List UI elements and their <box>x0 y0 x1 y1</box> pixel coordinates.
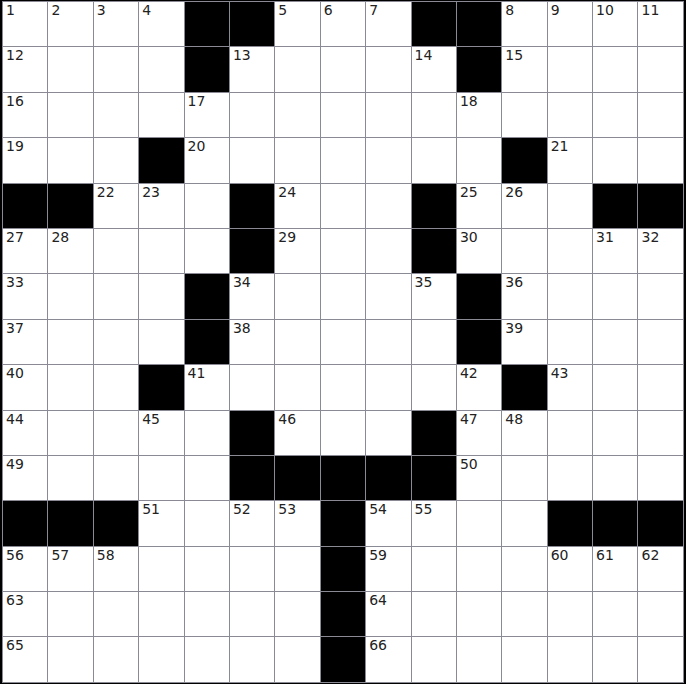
cell-number: 44 <box>6 412 24 427</box>
white-cell[interactable] <box>548 637 592 681</box>
cell-number: 57 <box>51 548 69 563</box>
white-cell[interactable]: 12 <box>3 47 47 91</box>
black-cell <box>94 501 138 545</box>
white-cell[interactable] <box>548 184 592 228</box>
black-cell <box>230 184 274 228</box>
white-cell[interactable]: 9 <box>548 2 592 46</box>
white-cell[interactable] <box>139 229 183 273</box>
white-cell[interactable] <box>48 47 92 91</box>
black-cell <box>275 456 319 500</box>
white-cell[interactable] <box>139 320 183 364</box>
white-cell[interactable]: 20 <box>185 138 229 182</box>
cell-number: 53 <box>278 502 296 517</box>
cell-number: 50 <box>460 457 478 472</box>
white-cell[interactable]: 49 <box>3 456 47 500</box>
white-cell[interactable] <box>48 456 92 500</box>
white-cell[interactable] <box>321 93 365 137</box>
white-cell[interactable] <box>275 365 319 409</box>
cell-number: 37 <box>6 321 24 336</box>
black-cell <box>230 411 274 455</box>
cell-number: 59 <box>369 548 387 563</box>
white-cell[interactable] <box>412 592 456 636</box>
cell-number: 65 <box>6 638 24 653</box>
white-cell[interactable]: 25 <box>457 184 501 228</box>
black-cell <box>3 501 47 545</box>
cell-number: 22 <box>97 185 115 200</box>
cell-number: 20 <box>188 139 206 154</box>
white-cell[interactable]: 66 <box>366 637 410 681</box>
white-cell[interactable]: 21 <box>548 138 592 182</box>
black-cell <box>366 456 410 500</box>
white-cell[interactable] <box>185 547 229 591</box>
white-cell[interactable]: 39 <box>502 320 546 364</box>
cell-number: 18 <box>460 94 478 109</box>
cell-number: 43 <box>551 366 569 381</box>
white-cell[interactable] <box>139 592 183 636</box>
white-cell[interactable]: 59 <box>366 547 410 591</box>
white-cell[interactable]: 34 <box>230 274 274 318</box>
cell-number: 11 <box>641 3 659 18</box>
white-cell[interactable] <box>185 184 229 228</box>
white-cell[interactable]: 47 <box>457 411 501 455</box>
black-cell <box>139 365 183 409</box>
white-cell[interactable] <box>48 411 92 455</box>
white-cell[interactable]: 16 <box>3 93 47 137</box>
white-cell[interactable] <box>548 229 592 273</box>
white-cell[interactable] <box>94 47 138 91</box>
white-cell[interactable]: 58 <box>94 547 138 591</box>
white-cell[interactable] <box>275 547 319 591</box>
cell-number: 14 <box>415 48 433 63</box>
white-cell[interactable] <box>321 365 365 409</box>
black-cell <box>230 2 274 46</box>
cell-number: 60 <box>551 548 569 563</box>
cell-number: 15 <box>505 48 523 63</box>
white-cell[interactable] <box>638 411 682 455</box>
white-cell[interactable]: 57 <box>48 547 92 591</box>
white-cell[interactable] <box>230 365 274 409</box>
white-cell[interactable] <box>139 637 183 681</box>
white-cell[interactable] <box>638 320 682 364</box>
white-cell[interactable]: 60 <box>548 547 592 591</box>
white-cell[interactable]: 43 <box>548 365 592 409</box>
white-cell[interactable]: 54 <box>366 501 410 545</box>
white-cell[interactable] <box>275 47 319 91</box>
white-cell[interactable]: 56 <box>3 547 47 591</box>
white-cell[interactable] <box>593 320 637 364</box>
crossword-board: 1234567891011121314151617181920212223242… <box>2 1 684 683</box>
white-cell[interactable]: 24 <box>275 184 319 228</box>
black-cell <box>321 501 365 545</box>
black-cell <box>48 184 92 228</box>
white-cell[interactable] <box>593 47 637 91</box>
black-cell <box>412 411 456 455</box>
black-cell <box>321 592 365 636</box>
cell-number: 4 <box>142 3 151 18</box>
white-cell[interactable] <box>593 274 637 318</box>
black-cell <box>457 320 501 364</box>
white-cell[interactable] <box>275 274 319 318</box>
white-cell[interactable] <box>366 411 410 455</box>
white-cell[interactable]: 42 <box>457 365 501 409</box>
white-cell[interactable] <box>593 456 637 500</box>
white-cell[interactable] <box>321 138 365 182</box>
white-cell[interactable] <box>593 93 637 137</box>
white-cell[interactable] <box>366 47 410 91</box>
white-cell[interactable]: 29 <box>275 229 319 273</box>
cell-number: 61 <box>596 548 614 563</box>
white-cell[interactable]: 14 <box>412 47 456 91</box>
white-cell[interactable]: 40 <box>3 365 47 409</box>
white-cell[interactable]: 55 <box>412 501 456 545</box>
white-cell[interactable] <box>94 274 138 318</box>
white-cell[interactable]: 37 <box>3 320 47 364</box>
white-cell[interactable]: 64 <box>366 592 410 636</box>
cell-number: 56 <box>6 548 24 563</box>
cell-number: 5 <box>278 3 287 18</box>
white-cell[interactable]: 23 <box>139 184 183 228</box>
white-cell[interactable] <box>139 93 183 137</box>
white-cell[interactable] <box>502 592 546 636</box>
white-cell[interactable] <box>457 138 501 182</box>
black-cell <box>638 501 682 545</box>
white-cell[interactable] <box>548 456 592 500</box>
white-cell[interactable] <box>230 138 274 182</box>
cell-number: 40 <box>6 366 24 381</box>
white-cell[interactable] <box>321 411 365 455</box>
white-cell[interactable] <box>230 547 274 591</box>
white-cell[interactable] <box>275 592 319 636</box>
cell-number: 62 <box>641 548 659 563</box>
white-cell[interactable] <box>638 456 682 500</box>
white-cell[interactable] <box>321 184 365 228</box>
cell-number: 7 <box>369 3 378 18</box>
white-cell[interactable]: 44 <box>3 411 47 455</box>
white-cell[interactable]: 32 <box>638 229 682 273</box>
white-cell[interactable] <box>593 138 637 182</box>
white-cell[interactable] <box>593 411 637 455</box>
black-cell <box>457 274 501 318</box>
white-cell[interactable] <box>139 547 183 591</box>
white-cell[interactable] <box>502 501 546 545</box>
white-cell[interactable] <box>48 138 92 182</box>
black-cell <box>3 184 47 228</box>
white-cell[interactable]: 3 <box>94 2 138 46</box>
white-cell[interactable] <box>412 365 456 409</box>
white-cell[interactable] <box>638 274 682 318</box>
white-cell[interactable] <box>94 592 138 636</box>
black-cell <box>321 547 365 591</box>
white-cell[interactable] <box>48 637 92 681</box>
cell-number: 19 <box>6 139 24 154</box>
white-cell[interactable] <box>94 365 138 409</box>
cell-number: 28 <box>51 230 69 245</box>
black-cell <box>185 2 229 46</box>
white-cell[interactable] <box>94 229 138 273</box>
white-cell[interactable]: 22 <box>94 184 138 228</box>
white-cell[interactable]: 8 <box>502 2 546 46</box>
cell-number: 51 <box>142 502 160 517</box>
cell-number: 13 <box>233 48 251 63</box>
cell-number: 23 <box>142 185 160 200</box>
white-cell[interactable]: 15 <box>502 47 546 91</box>
black-cell <box>185 274 229 318</box>
white-cell[interactable] <box>638 365 682 409</box>
white-cell[interactable]: 62 <box>638 547 682 591</box>
white-cell[interactable] <box>139 456 183 500</box>
black-cell <box>185 47 229 91</box>
white-cell[interactable] <box>502 229 546 273</box>
white-cell[interactable]: 4 <box>139 2 183 46</box>
white-cell[interactable] <box>548 320 592 364</box>
white-cell[interactable] <box>638 138 682 182</box>
white-cell[interactable] <box>457 592 501 636</box>
white-cell[interactable] <box>185 637 229 681</box>
cell-number: 35 <box>415 275 433 290</box>
white-cell[interactable] <box>502 547 546 591</box>
cell-number: 39 <box>505 321 523 336</box>
white-cell[interactable]: 11 <box>638 2 682 46</box>
cell-number: 24 <box>278 185 296 200</box>
cell-number: 21 <box>551 139 569 154</box>
white-cell[interactable] <box>502 93 546 137</box>
white-cell[interactable] <box>548 592 592 636</box>
white-cell[interactable] <box>412 320 456 364</box>
cell-number: 48 <box>505 412 523 427</box>
white-cell[interactable]: 35 <box>412 274 456 318</box>
white-cell[interactable]: 31 <box>593 229 637 273</box>
white-cell[interactable] <box>185 592 229 636</box>
cell-number: 30 <box>460 230 478 245</box>
white-cell[interactable]: 17 <box>185 93 229 137</box>
cell-number: 29 <box>278 230 296 245</box>
cell-number: 34 <box>233 275 251 290</box>
white-cell[interactable]: 7 <box>366 2 410 46</box>
white-cell[interactable]: 13 <box>230 47 274 91</box>
cell-number: 12 <box>6 48 24 63</box>
cell-number: 66 <box>369 638 387 653</box>
cell-number: 38 <box>233 321 251 336</box>
white-cell[interactable]: 46 <box>275 411 319 455</box>
white-cell[interactable]: 26 <box>502 184 546 228</box>
white-cell[interactable]: 2 <box>48 2 92 46</box>
white-cell[interactable] <box>638 93 682 137</box>
black-cell <box>548 501 592 545</box>
white-cell[interactable] <box>321 229 365 273</box>
white-cell[interactable] <box>48 365 92 409</box>
white-cell[interactable] <box>366 229 410 273</box>
white-cell[interactable] <box>502 456 546 500</box>
cell-number: 64 <box>369 593 387 608</box>
white-cell[interactable] <box>548 47 592 91</box>
white-cell[interactable]: 48 <box>502 411 546 455</box>
white-cell[interactable]: 1 <box>3 2 47 46</box>
white-cell[interactable] <box>366 274 410 318</box>
cell-number: 8 <box>505 3 514 18</box>
white-cell[interactable] <box>366 320 410 364</box>
white-cell[interactable] <box>321 47 365 91</box>
white-cell[interactable] <box>185 411 229 455</box>
white-cell[interactable] <box>185 501 229 545</box>
white-cell[interactable]: 50 <box>457 456 501 500</box>
white-cell[interactable]: 5 <box>275 2 319 46</box>
white-cell[interactable] <box>412 138 456 182</box>
black-cell <box>230 456 274 500</box>
white-cell[interactable] <box>366 365 410 409</box>
black-cell <box>412 184 456 228</box>
cell-number: 58 <box>97 548 115 563</box>
white-cell[interactable] <box>321 320 365 364</box>
white-cell[interactable] <box>94 138 138 182</box>
white-cell[interactable]: 45 <box>139 411 183 455</box>
white-cell[interactable] <box>94 637 138 681</box>
cell-number: 27 <box>6 230 24 245</box>
white-cell[interactable] <box>48 320 92 364</box>
white-cell[interactable] <box>185 456 229 500</box>
white-cell[interactable]: 63 <box>3 592 47 636</box>
white-cell[interactable] <box>139 274 183 318</box>
white-cell[interactable]: 41 <box>185 365 229 409</box>
black-cell <box>412 229 456 273</box>
cell-number: 54 <box>369 502 387 517</box>
white-cell[interactable] <box>638 637 682 681</box>
white-cell[interactable] <box>275 138 319 182</box>
cell-number: 31 <box>596 230 614 245</box>
cell-number: 41 <box>188 366 206 381</box>
cell-number: 3 <box>97 3 106 18</box>
white-cell[interactable] <box>230 637 274 681</box>
white-cell[interactable]: 36 <box>502 274 546 318</box>
white-cell[interactable] <box>275 93 319 137</box>
white-cell[interactable]: 53 <box>275 501 319 545</box>
black-cell <box>412 456 456 500</box>
black-cell <box>593 501 637 545</box>
cell-number: 63 <box>6 593 24 608</box>
white-cell[interactable] <box>48 274 92 318</box>
white-cell[interactable] <box>275 637 319 681</box>
white-cell[interactable] <box>48 592 92 636</box>
white-cell[interactable]: 51 <box>139 501 183 545</box>
cell-number: 10 <box>596 3 614 18</box>
cell-number: 45 <box>142 412 160 427</box>
white-cell[interactable] <box>548 411 592 455</box>
white-cell[interactable] <box>457 637 501 681</box>
white-cell[interactable] <box>638 47 682 91</box>
white-cell[interactable] <box>548 274 592 318</box>
white-cell[interactable]: 6 <box>321 2 365 46</box>
black-cell <box>48 501 92 545</box>
white-cell[interactable]: 61 <box>593 547 637 591</box>
white-cell[interactable] <box>366 184 410 228</box>
cell-number: 33 <box>6 275 24 290</box>
white-cell[interactable] <box>548 93 592 137</box>
cell-number: 2 <box>51 3 60 18</box>
black-cell <box>502 365 546 409</box>
white-cell[interactable]: 33 <box>3 274 47 318</box>
white-cell[interactable] <box>185 229 229 273</box>
cell-number: 42 <box>460 366 478 381</box>
black-cell <box>457 47 501 91</box>
cell-number: 52 <box>233 502 251 517</box>
cell-number: 1 <box>6 3 15 18</box>
white-cell[interactable]: 18 <box>457 93 501 137</box>
cell-number: 16 <box>6 94 24 109</box>
black-cell <box>638 184 682 228</box>
white-cell[interactable] <box>412 93 456 137</box>
cell-number: 9 <box>551 3 560 18</box>
white-cell[interactable] <box>366 93 410 137</box>
cell-number: 25 <box>460 185 478 200</box>
white-cell[interactable]: 30 <box>457 229 501 273</box>
white-cell[interactable] <box>94 411 138 455</box>
white-cell[interactable] <box>94 93 138 137</box>
white-cell[interactable] <box>321 274 365 318</box>
black-cell <box>457 2 501 46</box>
white-cell[interactable] <box>593 365 637 409</box>
cell-number: 46 <box>278 412 296 427</box>
white-cell[interactable] <box>457 547 501 591</box>
cell-number: 55 <box>415 502 433 517</box>
white-cell[interactable] <box>593 592 637 636</box>
white-cell[interactable] <box>230 592 274 636</box>
white-cell[interactable]: 52 <box>230 501 274 545</box>
cell-number: 47 <box>460 412 478 427</box>
white-cell[interactable] <box>94 456 138 500</box>
black-cell <box>139 138 183 182</box>
black-cell <box>321 456 365 500</box>
cell-number: 6 <box>324 3 333 18</box>
white-cell[interactable]: 28 <box>48 229 92 273</box>
white-cell[interactable] <box>412 637 456 681</box>
white-cell[interactable] <box>638 592 682 636</box>
white-cell[interactable]: 65 <box>3 637 47 681</box>
white-cell[interactable]: 38 <box>230 320 274 364</box>
white-cell[interactable] <box>139 47 183 91</box>
white-cell[interactable] <box>230 93 274 137</box>
black-cell <box>230 229 274 273</box>
white-cell[interactable]: 19 <box>3 138 47 182</box>
cell-number: 17 <box>188 94 206 109</box>
black-cell <box>502 138 546 182</box>
white-cell[interactable] <box>366 138 410 182</box>
white-cell[interactable] <box>94 320 138 364</box>
black-cell <box>185 320 229 364</box>
white-cell[interactable] <box>502 637 546 681</box>
cell-number: 49 <box>6 457 24 472</box>
white-cell[interactable] <box>593 637 637 681</box>
white-cell[interactable] <box>275 320 319 364</box>
cell-number: 32 <box>641 230 659 245</box>
cell-number: 26 <box>505 185 523 200</box>
white-cell[interactable] <box>48 93 92 137</box>
white-cell[interactable] <box>412 547 456 591</box>
white-cell[interactable]: 27 <box>3 229 47 273</box>
black-cell <box>412 2 456 46</box>
black-cell <box>321 637 365 681</box>
white-cell[interactable]: 10 <box>593 2 637 46</box>
black-cell <box>593 184 637 228</box>
cell-number: 36 <box>505 275 523 290</box>
white-cell[interactable] <box>457 501 501 545</box>
